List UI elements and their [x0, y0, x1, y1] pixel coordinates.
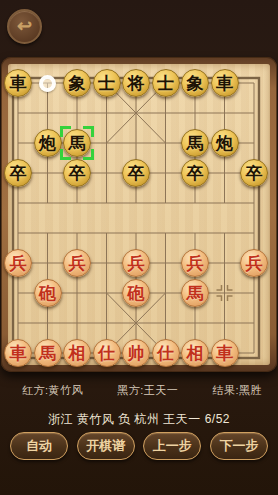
piece-black-elephant[interactable]: 象: [181, 69, 209, 97]
players-info-bar: 红方:黄竹风 黑方:王天一 结果:黑胜: [0, 383, 278, 398]
piece-black-cannon[interactable]: 炮: [211, 129, 239, 157]
piece-red-horse[interactable]: 馬: [181, 279, 209, 307]
open-record-button[interactable]: 开棋谱: [77, 432, 135, 460]
piece-red-cannon[interactable]: 砲: [122, 279, 150, 307]
board-frame: 車象士将士象車炮馬馬炮卒卒卒卒卒兵兵兵兵兵砲砲馬車馬相仕帅仕相車: [1, 57, 277, 372]
piece-black-rook[interactable]: 車: [4, 69, 32, 97]
prev-move-button[interactable]: 上一步: [143, 432, 201, 460]
piece-black-advisor[interactable]: 士: [93, 69, 121, 97]
back-arrow-icon: ↩: [17, 15, 32, 37]
piece-red-soldier[interactable]: 兵: [63, 249, 91, 277]
piece-red-soldier[interactable]: 兵: [4, 249, 32, 277]
piece-black-horse[interactable]: 馬: [63, 129, 91, 157]
piece-red-elephant[interactable]: 相: [63, 339, 91, 367]
piece-red-soldier[interactable]: 兵: [122, 249, 150, 277]
control-buttons-row: 自动 开棋谱 上一步 下一步: [0, 432, 278, 460]
piece-red-horse[interactable]: 馬: [34, 339, 62, 367]
last-move-origin-marker: [39, 75, 56, 92]
piece-black-general[interactable]: 将: [122, 69, 150, 97]
xiangqi-board[interactable]: 車象士将士象車炮馬馬炮卒卒卒卒卒兵兵兵兵兵砲砲馬車馬相仕帅仕相車: [8, 64, 270, 365]
red-player-label: 红方:黄竹风: [22, 383, 83, 398]
piece-red-general[interactable]: 帅: [122, 339, 150, 367]
piece-black-rook[interactable]: 車: [211, 69, 239, 97]
piece-red-elephant[interactable]: 相: [181, 339, 209, 367]
piece-red-soldier[interactable]: 兵: [240, 249, 268, 277]
piece-black-elephant[interactable]: 象: [63, 69, 91, 97]
piece-black-soldier[interactable]: 卒: [122, 159, 150, 187]
result-label: 结果:黑胜: [212, 383, 262, 398]
match-description: 浙江 黄竹风 负 杭州 王天一 6/52: [0, 411, 278, 428]
piece-black-soldier[interactable]: 卒: [240, 159, 268, 187]
piece-red-soldier[interactable]: 兵: [181, 249, 209, 277]
auto-button[interactable]: 自动: [10, 432, 68, 460]
piece-black-horse[interactable]: 馬: [181, 129, 209, 157]
piece-black-advisor[interactable]: 士: [152, 69, 180, 97]
piece-red-advisor[interactable]: 仕: [93, 339, 121, 367]
back-button[interactable]: ↩: [7, 9, 42, 44]
board-grid-lines: [8, 64, 270, 365]
black-player-label: 黑方:王天一: [117, 383, 178, 398]
piece-red-rook[interactable]: 車: [211, 339, 239, 367]
piece-red-cannon[interactable]: 砲: [34, 279, 62, 307]
piece-black-soldier[interactable]: 卒: [181, 159, 209, 187]
next-move-button[interactable]: 下一步: [210, 432, 268, 460]
piece-red-advisor[interactable]: 仕: [152, 339, 180, 367]
piece-black-cannon[interactable]: 炮: [34, 129, 62, 157]
piece-red-rook[interactable]: 車: [4, 339, 32, 367]
piece-black-soldier[interactable]: 卒: [63, 159, 91, 187]
xiangqi-app-screen: ↩ 車象士将士象車炮馬馬炮卒卒卒卒卒兵兵兵兵兵砲砲馬車馬相仕帅仕相車 红方:黄竹…: [0, 0, 278, 495]
piece-black-soldier[interactable]: 卒: [4, 159, 32, 187]
